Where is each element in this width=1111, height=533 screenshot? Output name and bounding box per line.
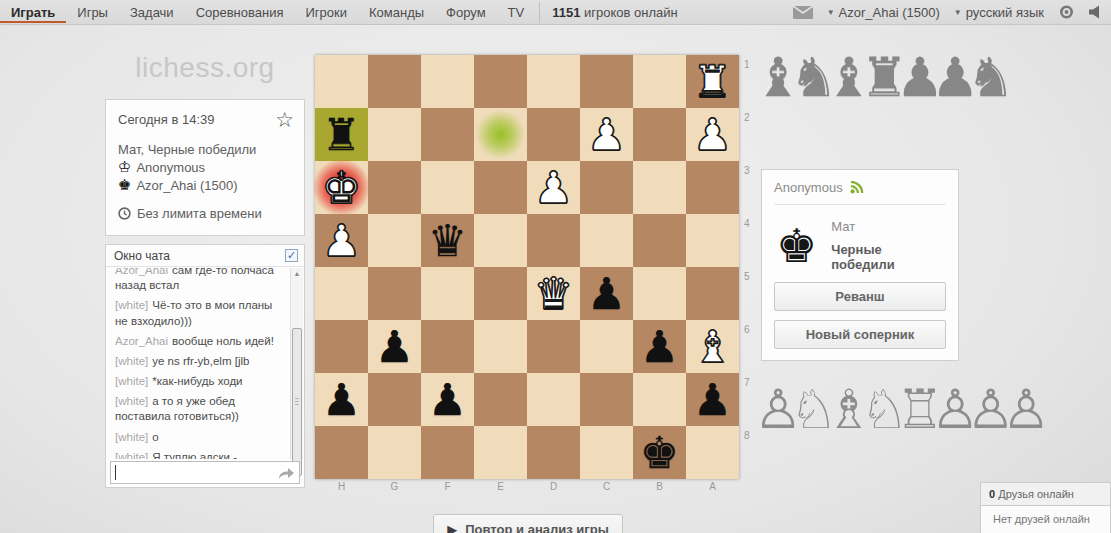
rank-label: 1	[744, 55, 750, 108]
square-d5[interactable]: ♛	[527, 267, 580, 320]
chat-panel: Окно чата ✓ Azor_Ahaiсам где-то полчаса …	[105, 244, 305, 488]
square-b4[interactable]	[633, 214, 686, 267]
rank-label: 7	[744, 373, 750, 426]
opponent-name: Anonymous	[774, 180, 843, 195]
piece-white-king[interactable]: ♚	[315, 161, 368, 214]
rank-label: 3	[744, 161, 750, 214]
file-label: E	[474, 481, 527, 492]
piece-black-queen[interactable]: ♛	[421, 214, 474, 267]
chat-message: Azor_Ahaiсам где-то полчаса назад встал	[115, 268, 284, 293]
winner-text: Черные победили	[831, 242, 944, 272]
square-e4[interactable]	[474, 214, 527, 267]
square-g6[interactable]: ♟	[368, 320, 421, 373]
square-f3[interactable]	[421, 161, 474, 214]
square-e1[interactable]	[474, 55, 527, 108]
play-icon: ▶	[447, 522, 457, 533]
square-g8[interactable]	[368, 426, 421, 479]
square-c4[interactable]	[580, 214, 633, 267]
square-g5[interactable]	[368, 267, 421, 320]
square-f2[interactable]	[421, 108, 474, 161]
bookmark-star-icon[interactable]: ☆	[275, 108, 294, 132]
file-coordinates: HGFEDCBA	[315, 481, 739, 492]
piece-black-pawn[interactable]: ♟	[580, 267, 633, 320]
piece-white-rook[interactable]: ♜	[686, 55, 739, 108]
connection-rss-icon	[850, 181, 864, 194]
last-move-origin-glow	[474, 108, 527, 161]
file-label: B	[633, 481, 686, 492]
piece-black-pawn[interactable]: ♟	[633, 320, 686, 373]
winner-black-king-icon: ♚	[776, 222, 817, 270]
square-e3[interactable]	[474, 161, 527, 214]
file-label: F	[421, 481, 474, 492]
send-message-icon[interactable]	[278, 466, 295, 480]
rank-label: 5	[744, 267, 750, 320]
piece-white-pawn[interactable]: ♟	[686, 108, 739, 161]
chat-message: [white]о	[115, 430, 284, 445]
mate-status: Мат	[831, 219, 944, 234]
square-c5[interactable]: ♟	[580, 267, 633, 320]
square-d1[interactable]	[527, 55, 580, 108]
square-d4[interactable]	[527, 214, 580, 267]
square-f6[interactable]	[421, 320, 474, 373]
square-h7[interactable]: ♟	[315, 373, 368, 426]
square-b7[interactable]	[633, 373, 686, 426]
nav-games[interactable]: Игры	[66, 1, 119, 23]
game-date: Сегодня в 14:39	[118, 112, 292, 127]
piece-white-queen[interactable]: ♛	[527, 267, 580, 320]
square-a6[interactable]: ♝	[686, 320, 739, 373]
game-info-panel: ☆ Сегодня в 14:39 Мат, Черные победили ♔…	[105, 99, 305, 236]
file-label: G	[368, 481, 421, 492]
square-g1[interactable]	[368, 55, 421, 108]
captured-pawn-icon: ♙	[1002, 378, 1050, 441]
inbox-envelope-icon[interactable]	[793, 6, 813, 19]
captured-pieces-bottom-tray: ♙♘♗♘♖♙♙♙	[754, 378, 1037, 441]
square-g4[interactable]	[368, 214, 421, 267]
square-d3[interactable]: ♟	[527, 161, 580, 214]
square-g3[interactable]	[368, 161, 421, 214]
square-b6[interactable]: ♟	[633, 320, 686, 373]
text-cursor	[115, 465, 116, 480]
file-label: H	[315, 481, 368, 492]
square-a5[interactable]	[686, 267, 739, 320]
piece-white-bishop[interactable]: ♝	[686, 320, 739, 373]
square-f1[interactable]	[421, 55, 474, 108]
file-label: A	[686, 481, 739, 492]
square-c7[interactable]	[580, 373, 633, 426]
square-h1[interactable]	[315, 55, 368, 108]
square-h4[interactable]: ♟	[315, 214, 368, 267]
square-b5[interactable]	[633, 267, 686, 320]
clock-icon	[118, 207, 131, 220]
language-menu[interactable]: ▼русский язык	[954, 5, 1044, 20]
square-g2[interactable]	[368, 108, 421, 161]
square-c3[interactable]	[580, 161, 633, 214]
square-d2[interactable]	[527, 108, 580, 161]
chevron-down-icon: ▼	[827, 8, 835, 17]
game-result-text: Мат, Черные победили	[118, 142, 292, 157]
chat-message: [white]Чё-то это в мои планы не взходило…	[115, 298, 284, 328]
square-c8[interactable]	[580, 426, 633, 479]
square-c2[interactable]: ♟	[580, 108, 633, 161]
friends-panel: 0 Друзья онлайн Нет друзей онлайн	[980, 482, 1111, 533]
square-b8[interactable]: ♚	[633, 426, 686, 479]
square-d6[interactable]	[527, 320, 580, 373]
scrollbar-thumb[interactable]	[292, 328, 302, 476]
piece-black-rook[interactable]: ♜	[315, 108, 368, 161]
nav-play[interactable]: Играть	[0, 1, 66, 23]
piece-black-pawn[interactable]: ♟	[315, 373, 368, 426]
square-b1[interactable]	[633, 55, 686, 108]
square-h8[interactable]	[315, 426, 368, 479]
user-menu[interactable]: ▼Azor_Ahai (1500)	[827, 5, 940, 20]
game-over-panel: Anonymous ♚ Мат Черные победили Реванш Н…	[761, 169, 959, 361]
square-g7[interactable]	[368, 373, 421, 426]
square-a2[interactable]: ♟	[686, 108, 739, 161]
rank-coordinates: 12345678	[744, 55, 750, 479]
chat-toggle-checkbox[interactable]: ✓	[285, 249, 298, 262]
online-players-count: 1151 игроков онлайн	[539, 2, 688, 23]
new-opponent-button[interactable]: Новый соперник	[774, 320, 946, 349]
lichess-game-page: Играть Игры Задачи Соревнования Игроки К…	[0, 0, 1111, 533]
captured-knight-icon: ♞	[967, 46, 1015, 109]
square-a8[interactable]	[686, 426, 739, 479]
replay-analysis-button[interactable]: ▶ Повтор и анализ игры	[433, 514, 623, 533]
chat-header: Окно чата ✓	[106, 245, 304, 267]
rank-label: 6	[744, 320, 750, 373]
nav-teams[interactable]: Команды	[358, 1, 435, 23]
square-b3[interactable]	[633, 161, 686, 214]
rematch-button[interactable]: Реванш	[774, 282, 946, 311]
rank-label: 8	[744, 426, 750, 479]
square-f7[interactable]: ♟	[421, 373, 474, 426]
square-f5[interactable]	[421, 267, 474, 320]
file-label: D	[527, 481, 580, 492]
friends-empty-text: Нет друзей онлайн	[980, 506, 1111, 533]
rank-label: 2	[744, 108, 750, 161]
nav-tournaments[interactable]: Соревнования	[185, 1, 295, 23]
top-navbar: Играть Игры Задачи Соревнования Игроки К…	[0, 0, 1111, 25]
nav-puzzles[interactable]: Задачи	[119, 1, 185, 23]
square-h5[interactable]	[315, 267, 368, 320]
piece-white-pawn[interactable]: ♟	[315, 214, 368, 267]
piece-black-pawn[interactable]: ♟	[368, 320, 421, 373]
piece-black-pawn[interactable]: ♟	[686, 373, 739, 426]
chat-message: [white]а то я уже обед поставила готовит…	[115, 394, 284, 424]
square-c1[interactable]	[580, 55, 633, 108]
chat-input[interactable]	[110, 461, 300, 484]
chat-message: [white]ye ns rfr-yb,elm [jlb	[115, 354, 284, 369]
chat-message: [white]*как-нибудь ходи	[115, 374, 284, 389]
piece-white-pawn[interactable]: ♟	[527, 161, 580, 214]
square-b2[interactable]	[633, 108, 686, 161]
piece-black-king[interactable]: ♚	[633, 426, 686, 479]
nav-players[interactable]: Игроки	[295, 1, 359, 23]
square-c6[interactable]	[580, 320, 633, 373]
scroll-up-arrow[interactable]: ▲	[291, 268, 303, 279]
piece-black-pawn[interactable]: ♟	[421, 373, 474, 426]
square-f8[interactable]	[421, 426, 474, 479]
square-a7[interactable]: ♟	[686, 373, 739, 426]
square-d7[interactable]	[527, 373, 580, 426]
white-king-icon: ♔	[118, 160, 131, 175]
square-a4[interactable]	[686, 214, 739, 267]
sound-speaker-icon[interactable]	[1089, 5, 1101, 19]
chess-board: ♜♜♟♟♚♟♟♛♛♟♟♟♝♟♟♟♚	[315, 55, 739, 479]
file-label: C	[580, 481, 633, 492]
square-h6[interactable]	[315, 320, 368, 373]
square-e8[interactable]	[474, 426, 527, 479]
lichess-logo[interactable]: lichess.org	[105, 52, 305, 84]
square-a3[interactable]	[686, 161, 739, 214]
piece-white-pawn[interactable]: ♟	[580, 108, 633, 161]
chat-message-list: Azor_Ahaiсам где-то полчаса назад встал[…	[106, 268, 289, 459]
square-d8[interactable]	[527, 426, 580, 479]
chat-message: [white]Я туплю адски - постоянно делаю о…	[115, 450, 284, 459]
square-e6[interactable]	[474, 320, 527, 373]
chevron-down-icon: ▼	[954, 8, 962, 17]
chat-scrollbar[interactable]: ▲ ▼	[290, 268, 303, 459]
square-e2[interactable]	[474, 108, 527, 161]
nav-forum[interactable]: Форум	[435, 1, 497, 23]
square-h2[interactable]: ♜	[315, 108, 368, 161]
spectator-eye-icon[interactable]	[1058, 5, 1075, 19]
square-f4[interactable]: ♛	[421, 214, 474, 267]
friends-online-header[interactable]: 0 Друзья онлайн	[980, 482, 1111, 506]
rank-label: 4	[744, 214, 750, 267]
square-e7[interactable]	[474, 373, 527, 426]
square-h3[interactable]: ♚	[315, 161, 368, 214]
nav-tv[interactable]: TV	[497, 1, 536, 23]
black-king-icon: ♚	[118, 178, 131, 193]
square-a1[interactable]: ♜	[686, 55, 739, 108]
black-player[interactable]: ♚ Azor_Ahai (1500)	[118, 178, 292, 193]
square-e5[interactable]	[474, 267, 527, 320]
white-player[interactable]: ♔ Anonymous	[118, 160, 292, 175]
time-control: Без лимита времени	[118, 206, 292, 221]
captured-pieces-top-tray: ♝♞♝♜♟♟♞	[754, 46, 1002, 109]
chat-message: Azor_Ahaiвообще ноль идей!	[115, 334, 284, 349]
